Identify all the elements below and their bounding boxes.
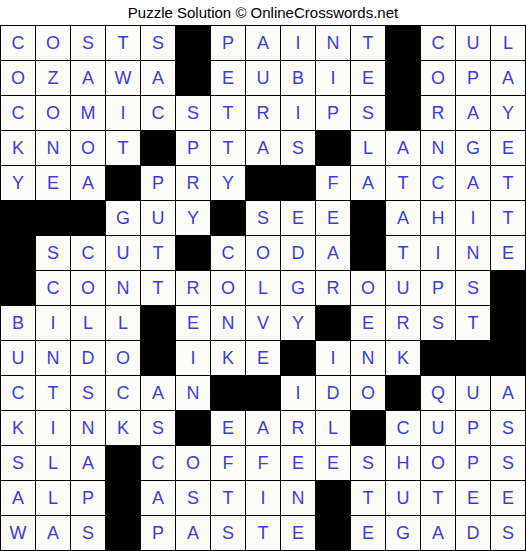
cell-letter: E bbox=[222, 69, 234, 87]
cell-r4c14: G bbox=[455, 130, 490, 165]
cell-letter: O bbox=[361, 279, 375, 297]
black-cell-r2c12 bbox=[385, 60, 420, 95]
cell-r4c3: O bbox=[70, 130, 105, 165]
cell-r15c6: A bbox=[175, 515, 210, 550]
cell-letter: V bbox=[257, 314, 269, 332]
black-cell-r6c3 bbox=[70, 200, 105, 235]
cell-letter: G bbox=[466, 139, 480, 157]
cell-r13c12: H bbox=[385, 445, 420, 480]
cell-r9c14: T bbox=[455, 305, 490, 340]
cell-r9c1: B bbox=[0, 305, 35, 340]
cell-letter: D bbox=[467, 524, 480, 542]
cell-letter: S bbox=[187, 104, 199, 122]
cell-r7c5: T bbox=[140, 235, 175, 270]
cell-letter: C bbox=[222, 244, 235, 262]
cell-letter: N bbox=[117, 279, 130, 297]
cell-letter: T bbox=[503, 209, 514, 227]
cell-r3c2: O bbox=[35, 95, 70, 130]
cell-r11c15: A bbox=[490, 375, 525, 410]
cell-letter: E bbox=[502, 489, 514, 507]
cell-r9c13: S bbox=[420, 305, 455, 340]
cell-r8c7: O bbox=[210, 270, 245, 305]
cell-letter: I bbox=[470, 209, 475, 227]
cell-r5c7: Y bbox=[210, 165, 245, 200]
cell-letter: C bbox=[12, 104, 25, 122]
cell-r4c6: P bbox=[175, 130, 210, 165]
cell-letter: E bbox=[292, 209, 304, 227]
black-cell-r12c11 bbox=[350, 410, 385, 445]
cell-letter: A bbox=[467, 104, 479, 122]
cell-letter: T bbox=[503, 174, 514, 192]
black-cell-r14c4 bbox=[105, 480, 140, 515]
cell-letter: S bbox=[292, 139, 304, 157]
cell-r5c1: Y bbox=[0, 165, 35, 200]
cell-r4c4: T bbox=[105, 130, 140, 165]
cell-letter: C bbox=[432, 174, 445, 192]
cell-r1c1: C bbox=[0, 25, 35, 60]
cell-r12c12: C bbox=[385, 410, 420, 445]
cell-r8c10: R bbox=[315, 270, 350, 305]
cell-letter: E bbox=[222, 419, 234, 437]
cell-r2c9: B bbox=[280, 60, 315, 95]
cell-letter: O bbox=[361, 384, 375, 402]
cell-r12c3: N bbox=[70, 410, 105, 445]
cell-r8c9: G bbox=[280, 270, 315, 305]
cell-letter: A bbox=[397, 209, 409, 227]
cell-letter: R bbox=[432, 104, 445, 122]
cell-r10c12: K bbox=[385, 340, 420, 375]
cell-r12c10: L bbox=[315, 410, 350, 445]
cell-letter: A bbox=[502, 69, 514, 87]
cell-r4c1: K bbox=[0, 130, 35, 165]
cell-r12c1: K bbox=[0, 410, 35, 445]
cell-r1c4: T bbox=[105, 25, 140, 60]
cell-letter: O bbox=[116, 349, 130, 367]
black-cell-r4c10 bbox=[315, 130, 350, 165]
cell-letter: C bbox=[12, 34, 25, 52]
black-cell-r7c6 bbox=[175, 235, 210, 270]
cell-r7c14: N bbox=[455, 235, 490, 270]
cell-r7c12: T bbox=[385, 235, 420, 270]
cell-r6c12: A bbox=[385, 200, 420, 235]
cell-letter: L bbox=[258, 279, 268, 297]
cell-r10c3: D bbox=[70, 340, 105, 375]
cell-letter: R bbox=[292, 419, 305, 437]
cell-r11c2: T bbox=[35, 375, 70, 410]
cell-letter: C bbox=[117, 384, 130, 402]
cell-r9c7: N bbox=[210, 305, 245, 340]
cell-letter: A bbox=[82, 174, 94, 192]
cell-letter: P bbox=[432, 279, 444, 297]
cell-letter: N bbox=[432, 139, 445, 157]
cell-letter: S bbox=[502, 524, 514, 542]
cell-letter: S bbox=[12, 454, 24, 472]
cell-r11c10: D bbox=[315, 375, 350, 410]
cell-r2c11: E bbox=[350, 60, 385, 95]
cell-r3c9: I bbox=[280, 95, 315, 130]
cell-r14c3: P bbox=[70, 480, 105, 515]
cell-letter: O bbox=[431, 454, 445, 472]
cell-r13c6: O bbox=[175, 445, 210, 480]
cell-letter: O bbox=[221, 279, 235, 297]
cell-letter: T bbox=[223, 139, 234, 157]
cell-letter: H bbox=[432, 209, 445, 227]
cell-letter: O bbox=[46, 34, 60, 52]
cell-r15c15: S bbox=[490, 515, 525, 550]
cell-letter: N bbox=[327, 34, 340, 52]
cell-letter: P bbox=[222, 34, 234, 52]
black-cell-r12c6 bbox=[175, 410, 210, 445]
cell-r1c2: O bbox=[35, 25, 70, 60]
cell-letter: H bbox=[397, 454, 410, 472]
cell-r15c5: P bbox=[140, 515, 175, 550]
cell-r14c11: T bbox=[350, 480, 385, 515]
cell-letter: L bbox=[48, 454, 58, 472]
cell-letter: C bbox=[432, 34, 445, 52]
cell-r6c8: S bbox=[245, 200, 280, 235]
cell-letter: I bbox=[120, 104, 125, 122]
cell-r4c15: E bbox=[490, 130, 525, 165]
crossword-board: COSTSPAINTCULOZAWAEUBIEOPACOMICSTRIPSRAY… bbox=[0, 25, 526, 551]
cell-r7c15: E bbox=[490, 235, 525, 270]
cell-letter: W bbox=[115, 69, 132, 87]
cell-letter: C bbox=[152, 104, 165, 122]
cell-letter: I bbox=[330, 69, 335, 87]
black-cell-r7c1 bbox=[0, 235, 35, 270]
cell-r4c11: L bbox=[350, 130, 385, 165]
cell-r2c5: A bbox=[140, 60, 175, 95]
cell-r13c5: C bbox=[140, 445, 175, 480]
cell-r6c13: H bbox=[420, 200, 455, 235]
cell-r8c12: U bbox=[385, 270, 420, 305]
cell-r10c1: U bbox=[0, 340, 35, 375]
cell-r15c3: S bbox=[70, 515, 105, 550]
cell-r8c6: R bbox=[175, 270, 210, 305]
cell-r11c13: Q bbox=[420, 375, 455, 410]
cell-letter: F bbox=[328, 174, 339, 192]
cell-r11c11: O bbox=[350, 375, 385, 410]
cell-r6c6: Y bbox=[175, 200, 210, 235]
cell-r2c14: P bbox=[455, 60, 490, 95]
cell-letter: A bbox=[257, 139, 269, 157]
cell-r14c14: E bbox=[455, 480, 490, 515]
cell-letter: S bbox=[152, 419, 164, 437]
cell-r9c11: E bbox=[350, 305, 385, 340]
cell-r14c2: L bbox=[35, 480, 70, 515]
black-cell-r11c12 bbox=[385, 375, 420, 410]
cell-r13c7: F bbox=[210, 445, 245, 480]
cell-letter: N bbox=[47, 139, 60, 157]
cell-letter: O bbox=[256, 244, 270, 262]
cell-letter: T bbox=[223, 104, 234, 122]
cell-r7c13: I bbox=[420, 235, 455, 270]
cell-r1c3: S bbox=[70, 25, 105, 60]
cell-r12c2: I bbox=[35, 410, 70, 445]
cell-r2c3: A bbox=[70, 60, 105, 95]
cell-letter: L bbox=[83, 314, 93, 332]
cell-letter: S bbox=[467, 279, 479, 297]
page-title: Puzzle Solution © OnlineCrosswords.net bbox=[0, 0, 526, 25]
cell-r15c12: G bbox=[385, 515, 420, 550]
cell-letter: A bbox=[327, 244, 339, 262]
cell-letter: C bbox=[47, 279, 60, 297]
cell-r12c7: E bbox=[210, 410, 245, 445]
cell-letter: S bbox=[187, 489, 199, 507]
cell-letter: E bbox=[47, 174, 59, 192]
black-cell-r10c15 bbox=[490, 340, 525, 375]
cell-letter: U bbox=[432, 419, 445, 437]
cell-letter: T bbox=[118, 139, 129, 157]
cell-letter: C bbox=[152, 454, 165, 472]
cell-r3c3: M bbox=[70, 95, 105, 130]
cell-letter: A bbox=[47, 524, 59, 542]
cell-letter: T bbox=[433, 489, 444, 507]
cell-letter: P bbox=[467, 454, 479, 472]
cell-r2c13: O bbox=[420, 60, 455, 95]
cell-r14c6: S bbox=[175, 480, 210, 515]
cell-r6c15: T bbox=[490, 200, 525, 235]
cell-r3c6: S bbox=[175, 95, 210, 130]
cell-r1c15: L bbox=[490, 25, 525, 60]
black-cell-r10c9 bbox=[280, 340, 315, 375]
cell-r2c1: O bbox=[0, 60, 35, 95]
cell-r10c2: N bbox=[35, 340, 70, 375]
cell-letter: S bbox=[82, 524, 94, 542]
cell-letter: P bbox=[152, 174, 164, 192]
black-cell-r5c9 bbox=[280, 165, 315, 200]
cell-r13c14: P bbox=[455, 445, 490, 480]
cell-r3c1: C bbox=[0, 95, 35, 130]
cell-r15c11: E bbox=[350, 515, 385, 550]
cell-r1c13: C bbox=[420, 25, 455, 60]
black-cell-r4c5 bbox=[140, 130, 175, 165]
cell-r5c6: R bbox=[175, 165, 210, 200]
cell-r3c4: I bbox=[105, 95, 140, 130]
cell-letter: A bbox=[257, 34, 269, 52]
cell-letter: I bbox=[190, 349, 195, 367]
cell-letter: B bbox=[12, 314, 24, 332]
cell-letter: C bbox=[397, 419, 410, 437]
cell-letter: O bbox=[81, 139, 95, 157]
cell-r14c15: E bbox=[490, 480, 525, 515]
black-cell-r5c4 bbox=[105, 165, 140, 200]
cell-r10c6: I bbox=[175, 340, 210, 375]
cell-letter: E bbox=[292, 524, 304, 542]
cell-letter: D bbox=[292, 244, 305, 262]
cell-r13c1: S bbox=[0, 445, 35, 480]
black-cell-r13c4 bbox=[105, 445, 140, 480]
cell-r14c9: N bbox=[280, 480, 315, 515]
cell-r1c11: T bbox=[350, 25, 385, 60]
cell-r12c9: R bbox=[280, 410, 315, 445]
cell-r3c5: C bbox=[140, 95, 175, 130]
cell-r13c8: F bbox=[245, 445, 280, 480]
cell-r6c10: E bbox=[315, 200, 350, 235]
cell-letter: O bbox=[186, 454, 200, 472]
cell-letter: D bbox=[82, 349, 95, 367]
cell-letter: E bbox=[502, 244, 514, 262]
cell-r2c4: W bbox=[105, 60, 140, 95]
cell-r8c3: O bbox=[70, 270, 105, 305]
cell-letter: O bbox=[46, 104, 60, 122]
cell-letter: A bbox=[502, 384, 514, 402]
cell-r6c4: G bbox=[105, 200, 140, 235]
cell-letter: U bbox=[397, 489, 410, 507]
cell-letter: U bbox=[117, 244, 130, 262]
cell-letter: T bbox=[398, 244, 409, 262]
cell-letter: W bbox=[10, 524, 27, 542]
black-cell-r15c10 bbox=[315, 515, 350, 550]
cell-letter: P bbox=[82, 489, 94, 507]
cell-letter: N bbox=[82, 419, 95, 437]
cell-letter: P bbox=[187, 139, 199, 157]
cell-letter: A bbox=[362, 174, 374, 192]
cell-r5c3: A bbox=[70, 165, 105, 200]
cell-r8c14: S bbox=[455, 270, 490, 305]
cell-letter: S bbox=[222, 524, 234, 542]
cell-r15c9: E bbox=[280, 515, 315, 550]
cell-r12c8: A bbox=[245, 410, 280, 445]
cell-r4c8: A bbox=[245, 130, 280, 165]
cell-r10c10: I bbox=[315, 340, 350, 375]
cell-r5c5: P bbox=[140, 165, 175, 200]
cell-letter: I bbox=[435, 244, 440, 262]
cell-letter: A bbox=[82, 454, 94, 472]
cell-r5c13: C bbox=[420, 165, 455, 200]
cell-letter: O bbox=[81, 279, 95, 297]
cell-letter: N bbox=[187, 384, 200, 402]
cell-r2c2: Z bbox=[35, 60, 70, 95]
cell-letter: P bbox=[467, 69, 479, 87]
cell-letter: A bbox=[467, 174, 479, 192]
cell-letter: M bbox=[81, 104, 96, 122]
cell-r10c4: O bbox=[105, 340, 140, 375]
cell-letter: I bbox=[295, 104, 300, 122]
cell-letter: L bbox=[328, 419, 338, 437]
black-cell-r11c8 bbox=[245, 375, 280, 410]
cell-letter: A bbox=[82, 69, 94, 87]
cell-letter: A bbox=[152, 384, 164, 402]
cell-r10c8: E bbox=[245, 340, 280, 375]
cell-letter: R bbox=[327, 279, 340, 297]
cell-r6c14: I bbox=[455, 200, 490, 235]
cell-letter: G bbox=[116, 209, 130, 227]
cell-letter: E bbox=[187, 314, 199, 332]
cell-r3c14: A bbox=[455, 95, 490, 130]
cell-letter: T bbox=[118, 34, 129, 52]
cell-r2c7: E bbox=[210, 60, 245, 95]
cell-letter: T bbox=[363, 489, 374, 507]
cell-letter: A bbox=[12, 489, 24, 507]
black-cell-r6c11 bbox=[350, 200, 385, 235]
cell-letter: S bbox=[432, 314, 444, 332]
cell-r7c10: A bbox=[315, 235, 350, 270]
cell-r3c8: R bbox=[245, 95, 280, 130]
cell-letter: A bbox=[257, 419, 269, 437]
cell-r3c15: Y bbox=[490, 95, 525, 130]
cell-r13c3: A bbox=[70, 445, 105, 480]
cell-r7c4: U bbox=[105, 235, 140, 270]
cell-r4c7: T bbox=[210, 130, 245, 165]
cell-r1c8: A bbox=[245, 25, 280, 60]
cell-r3c7: T bbox=[210, 95, 245, 130]
cell-letter: K bbox=[12, 419, 24, 437]
cell-r10c7: K bbox=[210, 340, 245, 375]
cell-letter: K bbox=[12, 139, 24, 157]
cell-r15c14: D bbox=[455, 515, 490, 550]
cell-letter: I bbox=[295, 34, 300, 52]
cell-letter: T bbox=[398, 174, 409, 192]
cell-letter: Y bbox=[502, 104, 514, 122]
cell-r15c13: A bbox=[420, 515, 455, 550]
cell-letter: I bbox=[50, 419, 55, 437]
cell-r7c8: O bbox=[245, 235, 280, 270]
cell-letter: G bbox=[396, 524, 410, 542]
cell-r15c2: A bbox=[35, 515, 70, 550]
cell-letter: A bbox=[152, 489, 164, 507]
cell-letter: S bbox=[82, 34, 94, 52]
cell-r1c14: U bbox=[455, 25, 490, 60]
cell-letter: N bbox=[467, 244, 480, 262]
cell-r11c3: S bbox=[70, 375, 105, 410]
black-cell-r6c7 bbox=[210, 200, 245, 235]
cell-letter: E bbox=[362, 524, 374, 542]
cell-r9c3: L bbox=[70, 305, 105, 340]
cell-letter: R bbox=[187, 279, 200, 297]
cell-r1c7: P bbox=[210, 25, 245, 60]
cell-letter: U bbox=[152, 209, 165, 227]
black-cell-r10c5 bbox=[140, 340, 175, 375]
cell-r5c11: A bbox=[350, 165, 385, 200]
cell-letter: I bbox=[295, 384, 300, 402]
cell-letter: N bbox=[222, 314, 235, 332]
cell-r9c8: V bbox=[245, 305, 280, 340]
black-cell-r6c1 bbox=[0, 200, 35, 235]
cell-letter: S bbox=[257, 209, 269, 227]
cell-letter: K bbox=[222, 349, 234, 367]
cell-r9c12: R bbox=[385, 305, 420, 340]
cell-r14c1: A bbox=[0, 480, 35, 515]
cell-letter: Y bbox=[222, 174, 234, 192]
cell-r14c12: U bbox=[385, 480, 420, 515]
cell-letter: A bbox=[187, 524, 199, 542]
cell-letter: E bbox=[502, 139, 514, 157]
cell-letter: S bbox=[152, 34, 164, 52]
black-cell-r9c5 bbox=[140, 305, 175, 340]
cell-r14c5: A bbox=[140, 480, 175, 515]
black-cell-r1c6 bbox=[175, 25, 210, 60]
cell-letter: I bbox=[330, 349, 335, 367]
cell-letter: T bbox=[153, 244, 164, 262]
cell-letter: E bbox=[327, 209, 339, 227]
cell-letter: T bbox=[153, 279, 164, 297]
cell-r13c13: O bbox=[420, 445, 455, 480]
cell-letter: S bbox=[502, 454, 514, 472]
cell-letter: L bbox=[118, 314, 128, 332]
cell-r7c9: D bbox=[280, 235, 315, 270]
cell-r11c14: U bbox=[455, 375, 490, 410]
cell-r8c13: P bbox=[420, 270, 455, 305]
cell-letter: C bbox=[12, 384, 25, 402]
cell-letter: G bbox=[291, 279, 305, 297]
cell-letter: A bbox=[397, 139, 409, 157]
cell-r6c9: E bbox=[280, 200, 315, 235]
cell-letter: P bbox=[327, 104, 339, 122]
cell-letter: A bbox=[152, 69, 164, 87]
cell-letter: E bbox=[362, 314, 374, 332]
cell-r3c11: S bbox=[350, 95, 385, 130]
cell-r3c13: R bbox=[420, 95, 455, 130]
